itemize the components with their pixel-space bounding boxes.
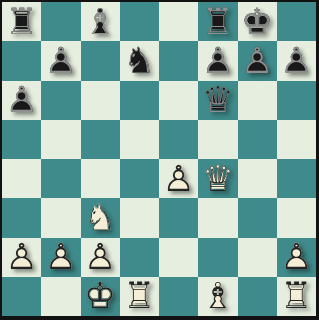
square-g8[interactable]: ♚♔ [238,2,277,41]
square-b3[interactable] [41,198,80,237]
square-g5[interactable] [238,120,277,159]
black-rook[interactable]: ♜♖ [198,2,237,41]
white-rook[interactable]: ♜♖ [120,277,159,316]
square-h7[interactable]: ♟♙ [277,41,316,80]
square-a4[interactable] [2,159,41,198]
white-pawn-outline-icon: ♙ [159,159,198,198]
white-rook-outline-icon: ♖ [277,277,316,316]
chess-board: ♜♖♝♗♜♖♚♔♟♙♞♘♟♙♟♙♟♙♟♙♛♕♟♙♛♕♞♘♟♙♟♙♟♙♟♙♚♔♜♖… [0,0,319,320]
black-pawn[interactable]: ♟♙ [41,41,80,80]
black-knight-outline-icon: ♘ [120,41,159,80]
black-bishop-outline-icon: ♗ [81,2,120,41]
square-e1[interactable] [159,277,198,316]
square-c1[interactable]: ♚♔ [81,277,120,316]
square-g3[interactable] [238,198,277,237]
white-queen-outline-icon: ♕ [198,159,237,198]
white-knight[interactable]: ♞♘ [81,198,120,237]
black-queen-outline-icon: ♕ [198,81,237,120]
white-pawn[interactable]: ♟♙ [41,238,80,277]
square-g1[interactable] [238,277,277,316]
square-e3[interactable] [159,198,198,237]
square-d8[interactable] [120,2,159,41]
square-c2[interactable]: ♟♙ [81,238,120,277]
square-g7[interactable]: ♟♙ [238,41,277,80]
square-e8[interactable] [159,2,198,41]
black-pawn[interactable]: ♟♙ [198,41,237,80]
square-c4[interactable] [81,159,120,198]
square-c6[interactable] [81,81,120,120]
square-h5[interactable] [277,120,316,159]
square-a3[interactable] [2,198,41,237]
black-knight[interactable]: ♞♘ [120,41,159,80]
square-f3[interactable] [198,198,237,237]
white-king[interactable]: ♚♔ [81,277,120,316]
black-pawn-outline-icon: ♙ [238,41,277,80]
black-queen[interactable]: ♛♕ [198,81,237,120]
square-a5[interactable] [2,120,41,159]
square-b5[interactable] [41,120,80,159]
white-rook[interactable]: ♜♖ [277,277,316,316]
white-pawn[interactable]: ♟♙ [159,159,198,198]
square-d6[interactable] [120,81,159,120]
black-king[interactable]: ♚♔ [238,2,277,41]
white-knight-outline-icon: ♘ [81,198,120,237]
square-c7[interactable] [81,41,120,80]
white-bishop-outline-icon: ♗ [198,277,237,316]
square-c5[interactable] [81,120,120,159]
white-pawn-outline-icon: ♙ [41,238,80,277]
square-g6[interactable] [238,81,277,120]
square-h6[interactable] [277,81,316,120]
black-pawn[interactable]: ♟♙ [238,41,277,80]
white-pawn[interactable]: ♟♙ [2,238,41,277]
square-e5[interactable] [159,120,198,159]
square-b1[interactable] [41,277,80,316]
square-a7[interactable] [2,41,41,80]
square-f2[interactable] [198,238,237,277]
square-b2[interactable]: ♟♙ [41,238,80,277]
square-g4[interactable] [238,159,277,198]
square-c3[interactable]: ♞♘ [81,198,120,237]
square-b6[interactable] [41,81,80,120]
square-a8[interactable]: ♜♖ [2,2,41,41]
white-pawn-outline-icon: ♙ [81,238,120,277]
black-rook-outline-icon: ♖ [198,2,237,41]
square-b4[interactable] [41,159,80,198]
white-pawn[interactable]: ♟♙ [81,238,120,277]
black-pawn[interactable]: ♟♙ [277,41,316,80]
black-rook[interactable]: ♜♖ [2,2,41,41]
square-f5[interactable] [198,120,237,159]
square-f4[interactable]: ♛♕ [198,159,237,198]
square-f8[interactable]: ♜♖ [198,2,237,41]
square-h3[interactable] [277,198,316,237]
white-pawn-outline-icon: ♙ [2,238,41,277]
black-pawn-outline-icon: ♙ [41,41,80,80]
white-pawn-outline-icon: ♙ [277,238,316,277]
square-e4[interactable]: ♟♙ [159,159,198,198]
square-e7[interactable] [159,41,198,80]
black-pawn-outline-icon: ♙ [277,41,316,80]
square-e6[interactable] [159,81,198,120]
white-queen[interactable]: ♛♕ [198,159,237,198]
black-pawn-outline-icon: ♙ [2,81,41,120]
white-king-outline-icon: ♔ [81,277,120,316]
square-d4[interactable] [120,159,159,198]
square-h4[interactable] [277,159,316,198]
white-bishop[interactable]: ♝♗ [198,277,237,316]
square-d5[interactable] [120,120,159,159]
square-f7[interactable]: ♟♙ [198,41,237,80]
black-pawn-outline-icon: ♙ [198,41,237,80]
square-h8[interactable] [277,2,316,41]
square-h1[interactable]: ♜♖ [277,277,316,316]
square-d7[interactable]: ♞♘ [120,41,159,80]
black-king-outline-icon: ♔ [238,2,277,41]
black-bishop[interactable]: ♝♗ [81,2,120,41]
black-rook-outline-icon: ♖ [2,2,41,41]
square-a2[interactable]: ♟♙ [2,238,41,277]
square-g2[interactable] [238,238,277,277]
square-d2[interactable] [120,238,159,277]
square-b7[interactable]: ♟♙ [41,41,80,80]
black-pawn[interactable]: ♟♙ [2,81,41,120]
square-f1[interactable]: ♝♗ [198,277,237,316]
square-d3[interactable] [120,198,159,237]
square-e2[interactable] [159,238,198,277]
square-d1[interactable]: ♜♖ [120,277,159,316]
square-a1[interactable] [2,277,41,316]
square-a6[interactable]: ♟♙ [2,81,41,120]
square-f6[interactable]: ♛♕ [198,81,237,120]
square-h2[interactable]: ♟♙ [277,238,316,277]
white-rook-outline-icon: ♖ [120,277,159,316]
white-pawn[interactable]: ♟♙ [277,238,316,277]
square-c8[interactable]: ♝♗ [81,2,120,41]
square-b8[interactable] [41,2,80,41]
